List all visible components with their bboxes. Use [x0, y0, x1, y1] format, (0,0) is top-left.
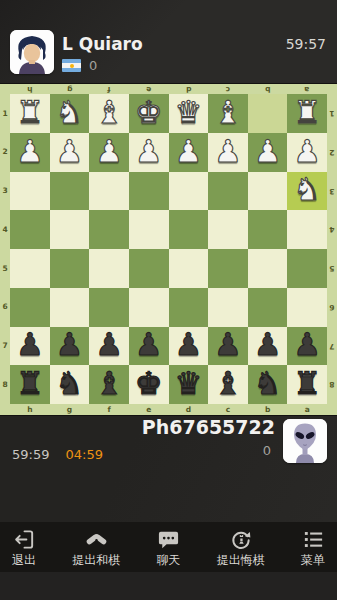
square-b6[interactable] [248, 288, 288, 327]
square-g5[interactable] [50, 249, 90, 288]
opponent-clock: 59:57 [286, 37, 326, 51]
rank-label-right-4: 4 [327, 210, 337, 249]
square-b7[interactable]: ♟ [248, 327, 288, 366]
square-d5[interactable] [169, 249, 209, 288]
rank-label-right-5: 5 [327, 249, 337, 288]
offer-draw-button[interactable]: 提出和棋 [72, 528, 120, 566]
square-f7[interactable]: ♟ [89, 327, 129, 366]
menu-icon [302, 528, 325, 551]
rank-label-left-6: 6 [0, 288, 10, 327]
square-g2[interactable]: ♟ [50, 133, 90, 172]
file-label-top-g: g [50, 84, 90, 94]
square-c5[interactable] [208, 249, 248, 288]
rank-label-left-8: 8 [0, 365, 10, 404]
board-corner [0, 404, 10, 415]
square-h2[interactable]: ♟ [10, 133, 50, 172]
rank-label-right-8: 8 [327, 365, 337, 404]
player-rating: 0 [263, 444, 271, 457]
piece-white-bishop: ♝ [214, 97, 242, 128]
square-a7[interactable]: ♟ [287, 327, 327, 366]
piece-black-pawn: ♟ [16, 329, 44, 360]
square-a6[interactable] [287, 288, 327, 327]
square-a4[interactable] [287, 210, 327, 249]
square-c8[interactable]: ♝ [208, 365, 248, 404]
rank-label-left-3: 3 [0, 172, 10, 211]
square-d2[interactable]: ♟ [169, 133, 209, 172]
file-label-bottom-b: b [248, 404, 288, 415]
handshake-icon [85, 528, 108, 551]
square-g6[interactable] [50, 288, 90, 327]
file-label-bottom-c: c [208, 404, 248, 415]
player-avatar[interactable] [283, 419, 327, 463]
square-f8[interactable]: ♝ [89, 365, 129, 404]
rank-label-right-6: 6 [327, 288, 337, 327]
square-h5[interactable] [10, 249, 50, 288]
rank-label-left-5: 5 [0, 249, 10, 288]
piece-black-pawn: ♟ [135, 329, 163, 360]
person-avatar-icon [10, 30, 54, 74]
square-d6[interactable] [169, 288, 209, 327]
piece-black-rook: ♜ [16, 368, 44, 399]
square-b4[interactable] [248, 210, 288, 249]
square-f2[interactable]: ♟ [89, 133, 129, 172]
piece-white-knight: ♞ [293, 174, 321, 205]
square-e7[interactable]: ♟ [129, 327, 169, 366]
rank-label-left-2: 2 [0, 133, 10, 172]
square-h8[interactable]: ♜ [10, 365, 50, 404]
piece-black-pawn: ♟ [214, 329, 242, 360]
square-f4[interactable] [89, 210, 129, 249]
square-b1[interactable] [248, 94, 288, 133]
exit-icon [13, 528, 36, 551]
rank-label-right-1: 1 [327, 94, 337, 133]
piece-white-pawn: ♟ [135, 136, 163, 167]
square-h6[interactable] [10, 288, 50, 327]
piece-white-knight: ♞ [56, 97, 84, 128]
file-label-bottom-d: d [169, 404, 209, 415]
piece-black-bishop: ♝ [214, 368, 242, 399]
file-label-bottom-f: f [89, 404, 129, 415]
piece-black-pawn: ♟ [95, 329, 123, 360]
piece-white-pawn: ♟ [16, 136, 44, 167]
chess-app-screen: L Quiaro 0 59:57 hgfedcba1♜♞♝♚♛♝♜12♟♟♟♟♟… [0, 0, 337, 600]
square-h7[interactable]: ♟ [10, 327, 50, 366]
file-label-top-e: e [129, 84, 169, 94]
piece-black-pawn: ♟ [56, 329, 84, 360]
piece-white-pawn: ♟ [174, 136, 202, 167]
square-e6[interactable] [129, 288, 169, 327]
square-c3[interactable] [208, 172, 248, 211]
rank-label-right-2: 2 [327, 133, 337, 172]
file-label-bottom-h: h [10, 404, 50, 415]
player-move-clock: 04:59 [65, 447, 102, 462]
chat-label: 聊天 [157, 554, 181, 566]
square-a3[interactable]: ♞ [287, 172, 327, 211]
piece-black-knight: ♞ [254, 368, 282, 399]
opponent-bar: L Quiaro 0 59:57 [0, 0, 337, 84]
square-h4[interactable] [10, 210, 50, 249]
opponent-avatar[interactable] [10, 30, 54, 74]
chat-button[interactable]: 聊天 [157, 528, 181, 566]
square-e4[interactable] [129, 210, 169, 249]
square-g7[interactable]: ♟ [50, 327, 90, 366]
alien-avatar-icon [283, 419, 327, 463]
square-f1[interactable]: ♝ [89, 94, 129, 133]
piece-white-pawn: ♟ [293, 136, 321, 167]
piece-white-rook: ♜ [293, 97, 321, 128]
piece-white-pawn: ♟ [56, 136, 84, 167]
player-name: Ph67655722 [142, 418, 275, 437]
piece-black-king: ♚ [135, 368, 163, 399]
square-b8[interactable]: ♞ [248, 365, 288, 404]
file-label-bottom-e: e [129, 404, 169, 415]
square-f6[interactable] [89, 288, 129, 327]
square-d4[interactable] [169, 210, 209, 249]
square-c6[interactable] [208, 288, 248, 327]
square-g1[interactable]: ♞ [50, 94, 90, 133]
exit-button[interactable]: 退出 [12, 528, 36, 566]
square-a2[interactable]: ♟ [287, 133, 327, 172]
rank-label-right-3: 3 [327, 172, 337, 211]
file-label-top-d: d [169, 84, 209, 94]
chat-icon [157, 528, 180, 551]
exit-label: 退出 [12, 554, 36, 566]
takeback-button[interactable]: 提出悔棋 [217, 528, 265, 566]
piece-white-pawn: ♟ [95, 136, 123, 167]
file-label-top-h: h [10, 84, 50, 94]
rank-label-right-7: 7 [327, 327, 337, 366]
file-label-top-a: a [287, 84, 327, 94]
player-clock: 59:59 [12, 447, 49, 462]
square-f5[interactable] [89, 249, 129, 288]
chess-board: hgfedcba1♜♞♝♚♛♝♜12♟♟♟♟♟♟♟♟23♞34455667♟♟♟… [0, 84, 337, 415]
piece-black-queen: ♛ [174, 368, 202, 399]
piece-white-rook: ♜ [16, 97, 44, 128]
game-toolbar: 退出 提出和棋 聊天 [0, 522, 337, 572]
menu-button[interactable]: 菜单 [301, 528, 325, 566]
piece-black-rook: ♜ [293, 368, 321, 399]
square-d3[interactable] [169, 172, 209, 211]
square-e8[interactable]: ♚ [129, 365, 169, 404]
argentina-flag-icon [62, 59, 81, 72]
square-b5[interactable] [248, 249, 288, 288]
menu-label: 菜单 [301, 554, 325, 566]
bottom-strip [0, 572, 337, 600]
piece-black-pawn: ♟ [254, 329, 282, 360]
piece-white-bishop: ♝ [95, 97, 123, 128]
offer-draw-label: 提出和棋 [72, 554, 120, 566]
square-d8[interactable]: ♛ [169, 365, 209, 404]
square-a1[interactable]: ♜ [287, 94, 327, 133]
square-e3[interactable] [129, 172, 169, 211]
piece-black-pawn: ♟ [293, 329, 321, 360]
square-e2[interactable]: ♟ [129, 133, 169, 172]
file-label-top-f: f [89, 84, 129, 94]
opponent-rating: 0 [89, 59, 97, 72]
square-e1[interactable]: ♚ [129, 94, 169, 133]
square-d1[interactable]: ♛ [169, 94, 209, 133]
square-c7[interactable]: ♟ [208, 327, 248, 366]
file-label-bottom-g: g [50, 404, 90, 415]
square-e5[interactable] [129, 249, 169, 288]
square-f3[interactable] [89, 172, 129, 211]
piece-white-king: ♚ [135, 97, 163, 128]
file-label-top-b: b [248, 84, 288, 94]
piece-black-pawn: ♟ [174, 329, 202, 360]
opponent-name: L Quiaro [62, 36, 143, 53]
file-label-bottom-a: a [287, 404, 327, 415]
takeback-label: 提出悔棋 [217, 554, 265, 566]
piece-black-bishop: ♝ [95, 368, 123, 399]
piece-white-pawn: ♟ [254, 136, 282, 167]
board-corner [327, 404, 337, 415]
square-a8[interactable]: ♜ [287, 365, 327, 404]
piece-white-pawn: ♟ [214, 136, 242, 167]
square-h1[interactable]: ♜ [10, 94, 50, 133]
takeback-icon [229, 528, 252, 551]
square-c2[interactable]: ♟ [208, 133, 248, 172]
piece-white-queen: ♛ [174, 97, 202, 128]
square-c1[interactable]: ♝ [208, 94, 248, 133]
square-b3[interactable] [248, 172, 288, 211]
board-corner [0, 84, 10, 94]
square-d7[interactable]: ♟ [169, 327, 209, 366]
square-g4[interactable] [50, 210, 90, 249]
rank-label-left-7: 7 [0, 327, 10, 366]
board-corner [327, 84, 337, 94]
rank-label-left-4: 4 [0, 210, 10, 249]
piece-black-knight: ♞ [56, 368, 84, 399]
square-b2[interactable]: ♟ [248, 133, 288, 172]
square-g8[interactable]: ♞ [50, 365, 90, 404]
file-label-top-c: c [208, 84, 248, 94]
square-a5[interactable] [287, 249, 327, 288]
rank-label-left-1: 1 [0, 94, 10, 133]
square-c4[interactable] [208, 210, 248, 249]
square-g3[interactable] [50, 172, 90, 211]
square-h3[interactable] [10, 172, 50, 211]
